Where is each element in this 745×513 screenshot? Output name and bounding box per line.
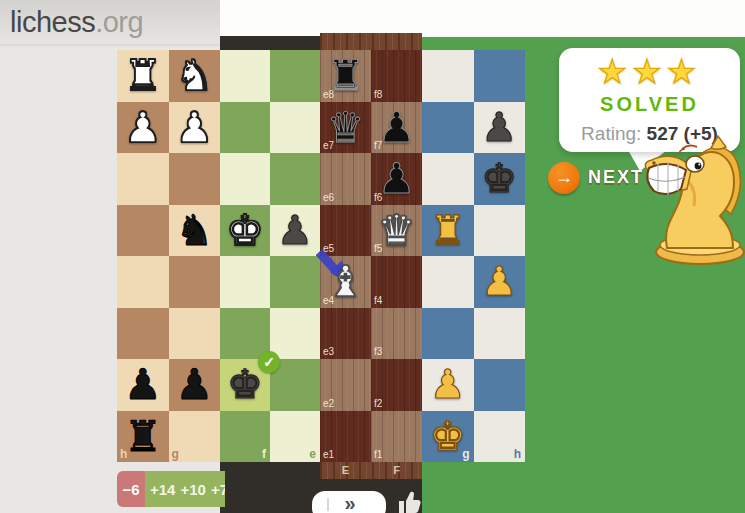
black-king-h6[interactable]: ♚ — [474, 153, 526, 205]
history-chip-fail[interactable]: −6 — [117, 471, 145, 507]
top-white-strip — [220, 0, 745, 37]
history-chip-win[interactable]: +10 — [180, 481, 205, 498]
square-h7[interactable]: ♟ — [117, 102, 169, 154]
lichess-puzzle-collage: lichess.org ♜♞e8♜f8♟♟e7♛f7♟♟e6f6♟♚♞♚♟e5f… — [0, 0, 745, 513]
square-f2[interactable]: ♚✓ — [220, 359, 270, 411]
square-g3[interactable] — [169, 308, 221, 360]
square-e8[interactable]: e8♜ — [320, 50, 371, 102]
square-h4[interactable] — [117, 256, 169, 308]
white-pawn-g7[interactable]: ♟ — [169, 102, 221, 154]
square-h6[interactable] — [117, 153, 169, 205]
square-f6[interactable]: f6♟ — [371, 153, 422, 205]
black-rook-h1[interactable]: ♜ — [117, 411, 169, 463]
square-h3[interactable] — [474, 308, 526, 360]
puzzle-history-chips: −6+14+10+7 — [117, 471, 225, 507]
square-e6[interactable] — [270, 153, 320, 205]
square-f7[interactable]: f7♟ — [371, 102, 422, 154]
square-e7[interactable]: e7♛ — [320, 102, 371, 154]
square-e6[interactable]: e6 — [320, 153, 371, 205]
square-g7[interactable] — [422, 102, 474, 154]
next-puzzle-button[interactable]: → — [548, 162, 580, 194]
square-g3[interactable] — [422, 308, 474, 360]
square-coordinate-label: f3 — [374, 346, 382, 357]
white-knight-g8[interactable]: ♞ — [169, 50, 221, 102]
right-arrow-icon: → — [555, 167, 573, 188]
square-h3[interactable] — [117, 308, 169, 360]
square-f8[interactable]: f8 — [371, 50, 422, 102]
fast-forward-button[interactable]: » — [312, 491, 386, 513]
square-g4[interactable] — [169, 256, 221, 308]
square-g4[interactable] — [422, 256, 474, 308]
black-pawn-f7[interactable]: ♟ — [371, 102, 422, 154]
wood-board-bottom-border: E F — [320, 462, 422, 479]
file-coordinate-label: g — [172, 447, 179, 461]
square-f6[interactable] — [220, 153, 270, 205]
black-pawn-f6[interactable]: ♟ — [371, 153, 422, 205]
square-e4[interactable]: e4♝ — [320, 256, 371, 308]
history-chip-win[interactable]: +14 — [150, 481, 175, 498]
star-icon: ★ — [667, 53, 702, 90]
lichess-logo[interactable]: lichess.org — [10, 6, 143, 39]
file-coordinate-label: e — [309, 447, 316, 461]
file-coordinate-label: f — [262, 447, 266, 461]
black-knight-g5[interactable]: ♞ — [169, 205, 221, 257]
white-pawn-g2[interactable]: ♟ — [422, 359, 474, 411]
star-icon: ★ — [598, 53, 633, 90]
square-h2[interactable] — [474, 359, 526, 411]
star-icon: ★ — [632, 53, 667, 90]
wood-board-top-border — [320, 33, 422, 50]
square-coordinate-label: e6 — [323, 192, 334, 203]
square-g6[interactable] — [422, 153, 474, 205]
white-queen-f5[interactable]: ♛ — [371, 205, 422, 257]
square-f3[interactable]: f3 — [371, 308, 422, 360]
square-g8[interactable] — [422, 50, 474, 102]
square-coordinate-label: f4 — [374, 295, 382, 306]
square-coordinate-label: e5 — [323, 243, 334, 254]
white-pawn-h7[interactable]: ♟ — [117, 102, 169, 154]
square-coordinate-label: e1 — [323, 449, 334, 460]
square-f3[interactable] — [220, 308, 270, 360]
square-g5[interactable]: ♞ — [169, 205, 221, 257]
square-g6[interactable] — [169, 153, 221, 205]
square-e2[interactable]: e2 — [320, 359, 371, 411]
square-f4[interactable] — [220, 256, 270, 308]
file-coordinate-label: h — [514, 447, 521, 461]
history-chip-win[interactable]: +7 — [211, 481, 225, 498]
square-coordinate-label: f1 — [374, 449, 382, 460]
square-f4[interactable]: f4 — [371, 256, 422, 308]
square-e3[interactable]: e3 — [320, 308, 371, 360]
square-g2[interactable]: ♟ — [422, 359, 474, 411]
square-e1[interactable]: e — [270, 411, 320, 463]
white-king-g1[interactable]: ♚ — [422, 411, 474, 463]
thumbs-up-icon[interactable] — [396, 489, 422, 513]
black-pawn-g2[interactable]: ♟ — [169, 359, 221, 411]
horsey-mascot — [633, 134, 745, 266]
square-h6[interactable]: ♚ — [474, 153, 526, 205]
square-h8[interactable]: ♜ — [117, 50, 169, 102]
black-queen-e7[interactable]: ♛ — [320, 102, 371, 154]
white-rook-g5[interactable]: ♜ — [422, 205, 474, 257]
square-e7[interactable] — [270, 102, 320, 154]
black-pawn-e5[interactable]: ♟ — [270, 205, 320, 257]
square-coordinate-label: f8 — [374, 89, 382, 100]
square-g7[interactable]: ♟ — [169, 102, 221, 154]
square-h8[interactable] — [474, 50, 526, 102]
square-e4[interactable] — [270, 256, 320, 308]
white-rook-h8[interactable]: ♜ — [117, 50, 169, 102]
white-pawn-h4[interactable]: ♟ — [474, 256, 526, 308]
fast-forward-icon: » — [312, 492, 386, 513]
square-f7[interactable] — [220, 102, 270, 154]
square-h5[interactable] — [474, 205, 526, 257]
square-h7[interactable]: ♟ — [474, 102, 526, 154]
square-f2[interactable]: f2 — [371, 359, 422, 411]
white-bishop-e4[interactable]: ♝ — [320, 256, 371, 308]
square-e3[interactable] — [270, 308, 320, 360]
square-coordinate-label: e2 — [323, 398, 334, 409]
square-f8[interactable] — [220, 50, 270, 102]
black-pawn-h2[interactable]: ♟ — [117, 359, 169, 411]
black-pawn-h7[interactable]: ♟ — [474, 102, 526, 154]
square-coordinate-label: e3 — [323, 346, 334, 357]
square-h5[interactable] — [117, 205, 169, 257]
square-f5[interactable]: f5♛ — [371, 205, 422, 257]
square-h4[interactable]: ♟ — [474, 256, 526, 308]
square-g5[interactable]: ♜ — [422, 205, 474, 257]
brand-name: lichess — [10, 6, 95, 38]
square-h2[interactable]: ♟ — [117, 359, 169, 411]
chess-board: ♜♞e8♜f8♟♟e7♛f7♟♟e6f6♟♚♞♚♟e5f5♛♜e4♝f4♟e3f… — [117, 50, 525, 462]
file-label-E: E — [320, 462, 371, 479]
square-g8[interactable]: ♞ — [169, 50, 221, 102]
square-f5[interactable]: ♚ — [220, 205, 270, 257]
square-coordinate-label: f2 — [374, 398, 382, 409]
correct-move-check-badge: ✓ — [258, 351, 280, 373]
solved-status: Solved — [559, 93, 740, 116]
square-e8[interactable] — [270, 50, 320, 102]
white-king-f5[interactable]: ♚ — [220, 205, 270, 257]
file-label-F: F — [371, 462, 422, 479]
square-g2[interactable]: ♟ — [169, 359, 221, 411]
square-h1[interactable]: h — [474, 411, 526, 463]
black-rook-e8[interactable]: ♜ — [320, 50, 371, 102]
star-rating: ★★★ — [559, 52, 740, 92]
brand-tld: .org — [95, 6, 143, 38]
square-e5[interactable]: ♟ — [270, 205, 320, 257]
history-chips-win-group: +14+10+7 — [145, 471, 225, 507]
square-g1[interactable]: g♚ — [422, 411, 474, 463]
square-h1[interactable]: h♜ — [117, 411, 169, 463]
square-f1[interactable]: f1 — [371, 411, 422, 463]
square-e1[interactable]: e1 — [320, 411, 371, 463]
square-g1[interactable]: g — [169, 411, 221, 463]
square-f1[interactable]: f — [220, 411, 270, 463]
